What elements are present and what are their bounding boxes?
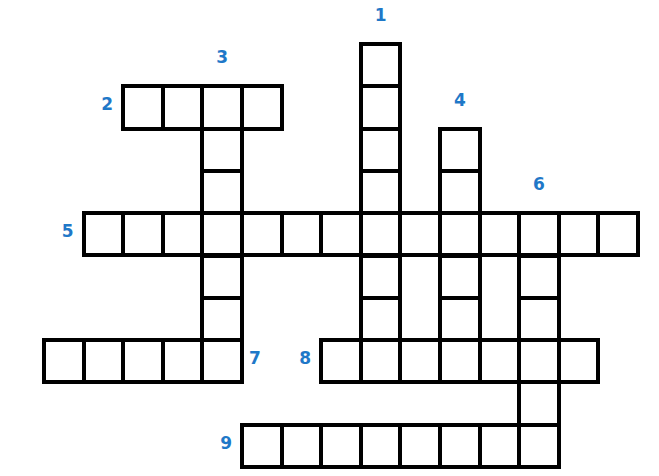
crossword-cell[interactable] (42, 338, 86, 384)
crossword-cell[interactable] (200, 338, 244, 384)
crossword-cell[interactable] (517, 423, 561, 469)
crossword-cell[interactable] (438, 423, 482, 469)
crossword-board: 123456789 (0, 0, 659, 476)
crossword-cell[interactable] (438, 296, 482, 342)
crossword-cell[interactable] (319, 423, 363, 469)
crossword-cell[interactable] (359, 423, 403, 469)
crossword-cell[interactable] (517, 211, 561, 257)
crossword-cell[interactable] (478, 423, 522, 469)
crossword-cell[interactable] (557, 338, 601, 384)
crossword-cell[interactable] (280, 423, 324, 469)
crossword-cell[interactable] (161, 84, 205, 130)
crossword-cell[interactable] (200, 169, 244, 215)
clue-number-3: 3 (202, 46, 242, 68)
clue-number-8: 8 (271, 347, 311, 369)
clue-number-2: 2 (73, 93, 113, 115)
crossword-cell[interactable] (200, 211, 244, 257)
crossword-cell[interactable] (240, 211, 284, 257)
clue-number-4: 4 (440, 89, 480, 111)
crossword-cell[interactable] (557, 211, 601, 257)
crossword-cell[interactable] (240, 423, 284, 469)
crossword-cell[interactable] (200, 84, 244, 130)
crossword-cell[interactable] (478, 338, 522, 384)
clue-number-6: 6 (519, 173, 559, 195)
crossword-cell[interactable] (359, 338, 403, 384)
crossword-cell[interactable] (438, 169, 482, 215)
crossword-cell[interactable] (82, 211, 126, 257)
crossword-cell[interactable] (280, 211, 324, 257)
crossword-cell[interactable] (517, 296, 561, 342)
crossword-cell[interactable] (438, 338, 482, 384)
crossword-cell[interactable] (359, 211, 403, 257)
crossword-cell[interactable] (438, 127, 482, 173)
crossword-cell[interactable] (478, 211, 522, 257)
crossword-cell[interactable] (359, 254, 403, 300)
crossword-cell[interactable] (359, 296, 403, 342)
crossword-cell[interactable] (161, 211, 205, 257)
crossword-cell[interactable] (359, 169, 403, 215)
crossword-cell[interactable] (517, 380, 561, 426)
crossword-cell[interactable] (596, 211, 640, 257)
crossword-cell[interactable] (398, 338, 442, 384)
crossword-cell[interactable] (121, 84, 165, 130)
crossword-cell[interactable] (517, 338, 561, 384)
crossword-cell[interactable] (200, 127, 244, 173)
crossword-cell[interactable] (359, 42, 403, 88)
crossword-cell[interactable] (359, 127, 403, 173)
clue-number-5: 5 (34, 220, 74, 242)
clue-number-1: 1 (361, 4, 401, 26)
crossword-cell[interactable] (398, 211, 442, 257)
crossword-cell[interactable] (161, 338, 205, 384)
crossword-cell[interactable] (319, 211, 363, 257)
crossword-cell[interactable] (82, 338, 126, 384)
crossword-cell[interactable] (319, 338, 363, 384)
crossword-cell[interactable] (200, 296, 244, 342)
crossword-cell[interactable] (398, 423, 442, 469)
clue-number-9: 9 (192, 432, 232, 454)
crossword-cell[interactable] (438, 211, 482, 257)
crossword-cell[interactable] (359, 84, 403, 130)
crossword-cell[interactable] (240, 84, 284, 130)
crossword-cell[interactable] (121, 338, 165, 384)
crossword-cell[interactable] (200, 254, 244, 300)
crossword-cell[interactable] (121, 211, 165, 257)
crossword-cell[interactable] (517, 254, 561, 300)
crossword-cell[interactable] (438, 254, 482, 300)
